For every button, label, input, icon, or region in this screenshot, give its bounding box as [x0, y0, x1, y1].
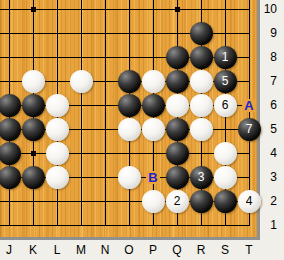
star-point-k10 [31, 7, 36, 12]
grid-line-row-1 [0, 225, 250, 226]
stone-black-j3 [0, 166, 21, 189]
stone-white-q2: 2 [166, 190, 189, 213]
move-number-3: 3 [190, 166, 213, 189]
stone-white-o5 [118, 118, 141, 141]
coord-label-9: 9 [255, 25, 279, 41]
coord-label-p: P [141, 242, 165, 258]
stone-black-j5 [0, 118, 21, 141]
stone-black-k3 [22, 166, 45, 189]
grid-line-row-4 [0, 153, 250, 154]
go-diagram: AB 1573624 JKLMNOPQRST10987654321 [0, 0, 284, 260]
stone-black-p6 [142, 94, 165, 117]
stone-white-q6 [166, 94, 189, 117]
stone-black-q3 [166, 166, 189, 189]
move-number-5: 5 [214, 70, 237, 93]
stone-white-s6: 6 [214, 94, 237, 117]
stone-white-r6 [190, 94, 213, 117]
stone-black-k5 [22, 118, 45, 141]
coord-label-t: T [237, 242, 261, 258]
grid-line-row-9 [0, 33, 250, 34]
stone-black-q8 [166, 46, 189, 69]
coord-label-1: 1 [255, 217, 279, 233]
grid-line-row-8 [0, 57, 250, 58]
stone-white-l6 [46, 94, 69, 117]
stone-white-k7 [22, 70, 45, 93]
stone-white-r7 [190, 70, 213, 93]
stone-black-q5 [166, 118, 189, 141]
marker-a-t6[interactable]: A [242, 99, 256, 112]
coord-label-r: R [189, 242, 213, 258]
stone-black-k6 [22, 94, 45, 117]
coord-label-8: 8 [255, 49, 279, 65]
stone-black-s8: 1 [214, 46, 237, 69]
stone-white-p2 [142, 190, 165, 213]
stone-black-r9 [190, 22, 213, 45]
grid-line-row-2 [0, 201, 250, 202]
coord-label-6: 6 [255, 97, 279, 113]
stone-black-j6 [0, 94, 21, 117]
coord-label-4: 4 [255, 145, 279, 161]
coord-label-q: Q [165, 242, 189, 258]
stone-white-l4 [46, 142, 69, 165]
stone-white-m7 [70, 70, 93, 93]
coord-label-j: J [0, 242, 21, 258]
coord-label-o: O [117, 242, 141, 258]
stone-black-o6 [118, 94, 141, 117]
stone-white-l5 [46, 118, 69, 141]
move-number-6: 6 [214, 94, 237, 117]
coord-label-n: N [93, 242, 117, 258]
grid-line-row-10 [0, 9, 250, 10]
stone-white-r5 [190, 118, 213, 141]
coord-label-7: 7 [255, 73, 279, 89]
coord-label-k: K [21, 242, 45, 258]
move-number-1: 1 [214, 46, 237, 69]
stone-black-r8 [190, 46, 213, 69]
stone-black-s7: 5 [214, 70, 237, 93]
coord-label-l: L [45, 242, 69, 258]
stone-white-s4 [214, 142, 237, 165]
stone-white-p7 [142, 70, 165, 93]
stone-black-o7 [118, 70, 141, 93]
stone-white-s3 [214, 166, 237, 189]
stone-black-r3: 3 [190, 166, 213, 189]
stone-black-q4 [166, 142, 189, 165]
coord-label-10: 10 [255, 1, 279, 17]
stone-white-o3 [118, 166, 141, 189]
coord-label-3: 3 [255, 169, 279, 185]
stone-black-r2 [190, 190, 213, 213]
stone-black-s2 [214, 190, 237, 213]
star-point-q10 [175, 7, 180, 12]
coord-label-2: 2 [255, 193, 279, 209]
star-point-k4 [31, 151, 36, 156]
coord-label-m: M [69, 242, 93, 258]
move-number-2: 2 [166, 190, 189, 213]
board-shadow-bottom [0, 237, 260, 240]
stone-black-j4 [0, 142, 21, 165]
marker-b-p3[interactable]: B [146, 171, 160, 184]
coord-label-s: S [213, 242, 237, 258]
stone-white-l3 [46, 166, 69, 189]
stone-black-q7 [166, 70, 189, 93]
coord-label-5: 5 [255, 121, 279, 137]
stone-white-p5 [142, 118, 165, 141]
